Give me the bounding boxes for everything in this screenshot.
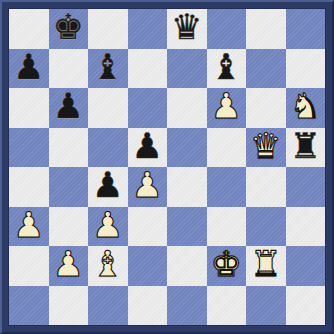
white-pawn[interactable]: ♟ <box>53 247 84 282</box>
square-h3[interactable] <box>286 207 326 247</box>
white-king[interactable]: ♚ <box>211 247 242 282</box>
square-f5[interactable] <box>207 128 247 168</box>
white-knight[interactable]: ♞ <box>290 89 321 124</box>
square-b8[interactable]: ♚ <box>49 9 89 49</box>
square-c8[interactable] <box>88 9 128 49</box>
black-rook[interactable]: ♜ <box>290 129 321 164</box>
square-d5[interactable]: ♟ <box>128 128 168 168</box>
square-f7[interactable]: ♝ <box>207 49 247 89</box>
square-e4[interactable] <box>167 167 207 207</box>
square-h1[interactable] <box>286 286 326 326</box>
square-d3[interactable] <box>128 207 168 247</box>
square-c1[interactable] <box>88 286 128 326</box>
square-d2[interactable] <box>128 246 168 286</box>
square-a4[interactable] <box>9 167 49 207</box>
square-a8[interactable] <box>9 9 49 49</box>
square-e7[interactable] <box>167 49 207 89</box>
square-h5[interactable]: ♜ <box>286 128 326 168</box>
square-g3[interactable] <box>246 207 286 247</box>
square-e2[interactable] <box>167 246 207 286</box>
black-pawn[interactable]: ♟ <box>53 89 84 124</box>
square-b3[interactable] <box>49 207 89 247</box>
square-h8[interactable] <box>286 9 326 49</box>
square-f2[interactable]: ♚ <box>207 246 247 286</box>
square-g6[interactable] <box>246 88 286 128</box>
square-g2[interactable]: ♜ <box>246 246 286 286</box>
black-bishop[interactable]: ♝ <box>92 50 123 85</box>
white-pawn[interactable]: ♟ <box>13 208 44 243</box>
square-c5[interactable] <box>88 128 128 168</box>
square-g5[interactable]: ♛ <box>246 128 286 168</box>
square-g4[interactable] <box>246 167 286 207</box>
square-a3[interactable]: ♟ <box>9 207 49 247</box>
square-d7[interactable] <box>128 49 168 89</box>
square-b2[interactable]: ♟ <box>49 246 89 286</box>
square-h6[interactable]: ♞ <box>286 88 326 128</box>
square-g1[interactable] <box>246 286 286 326</box>
square-d4[interactable]: ♟ <box>128 167 168 207</box>
square-c7[interactable]: ♝ <box>88 49 128 89</box>
chess-board-frame: ♚♛♟♝♝♟♟♞♟♛♜♟♟♟♟♟♝♚♜ <box>0 0 334 334</box>
white-bishop[interactable]: ♝ <box>92 247 123 282</box>
square-c2[interactable]: ♝ <box>88 246 128 286</box>
square-d6[interactable] <box>128 88 168 128</box>
square-g7[interactable] <box>246 49 286 89</box>
square-b6[interactable]: ♟ <box>49 88 89 128</box>
square-f8[interactable] <box>207 9 247 49</box>
square-b7[interactable] <box>49 49 89 89</box>
chess-board: ♚♛♟♝♝♟♟♞♟♛♜♟♟♟♟♟♝♚♜ <box>9 9 325 325</box>
square-d1[interactable] <box>128 286 168 326</box>
square-a7[interactable]: ♟ <box>9 49 49 89</box>
square-f3[interactable] <box>207 207 247 247</box>
square-c6[interactable] <box>88 88 128 128</box>
square-c4[interactable]: ♟ <box>88 167 128 207</box>
square-h4[interactable] <box>286 167 326 207</box>
square-e8[interactable]: ♛ <box>167 9 207 49</box>
black-pawn[interactable]: ♟ <box>13 50 44 85</box>
square-a5[interactable] <box>9 128 49 168</box>
square-e3[interactable] <box>167 207 207 247</box>
square-d8[interactable] <box>128 9 168 49</box>
black-bishop[interactable]: ♝ <box>211 50 242 85</box>
black-queen[interactable]: ♛ <box>171 10 202 45</box>
white-pawn[interactable]: ♟ <box>132 168 163 203</box>
square-a6[interactable] <box>9 88 49 128</box>
white-rook[interactable]: ♜ <box>250 247 281 282</box>
white-pawn[interactable]: ♟ <box>211 89 242 124</box>
square-f4[interactable] <box>207 167 247 207</box>
square-h2[interactable] <box>286 246 326 286</box>
square-f1[interactable] <box>207 286 247 326</box>
black-pawn[interactable]: ♟ <box>132 129 163 164</box>
square-e1[interactable] <box>167 286 207 326</box>
square-b1[interactable] <box>49 286 89 326</box>
white-pawn[interactable]: ♟ <box>92 208 123 243</box>
square-b4[interactable] <box>49 167 89 207</box>
square-a2[interactable] <box>9 246 49 286</box>
square-h7[interactable] <box>286 49 326 89</box>
black-king[interactable]: ♚ <box>53 10 84 45</box>
white-queen[interactable]: ♛ <box>250 129 281 164</box>
square-b5[interactable] <box>49 128 89 168</box>
square-e6[interactable] <box>167 88 207 128</box>
square-g8[interactable] <box>246 9 286 49</box>
black-pawn[interactable]: ♟ <box>92 168 123 203</box>
square-e5[interactable] <box>167 128 207 168</box>
square-a1[interactable] <box>9 286 49 326</box>
square-c3[interactable]: ♟ <box>88 207 128 247</box>
square-f6[interactable]: ♟ <box>207 88 247 128</box>
